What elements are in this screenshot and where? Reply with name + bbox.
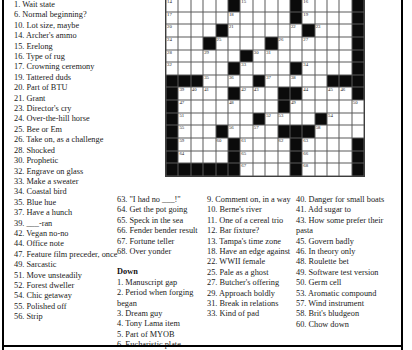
black-cell [290, 138, 302, 151]
clue-item: 44. Office note [14, 239, 126, 249]
grid-cell[interactable]: 68 [302, 163, 314, 176]
grid-cell[interactable]: 32 [166, 62, 178, 75]
grid-cell[interactable]: 17 [166, 12, 178, 25]
grid-cell[interactable] [203, 113, 215, 126]
grid-cell[interactable] [191, 0, 203, 12]
black-cell [166, 125, 178, 138]
grid-cell[interactable] [216, 113, 228, 126]
grid-cell[interactable] [315, 87, 327, 100]
clue-item: 53. Aromatic compound [296, 289, 398, 299]
grid-cell[interactable] [216, 100, 228, 113]
clue-item: 17. Crowning ceremony [14, 62, 126, 72]
black-cell [228, 138, 240, 151]
grid-cell[interactable] [191, 125, 203, 138]
grid-cell[interactable] [253, 24, 265, 37]
grid-cell[interactable] [302, 75, 314, 88]
clue-item: 27. Butcher's offering [207, 278, 293, 288]
across-clues-column-1: 1. Wait state6. Normal beginning?10. Lot… [14, 0, 126, 323]
grid-cell[interactable] [327, 37, 339, 50]
cell-number: 22 [291, 24, 296, 29]
clue-item: 3. Dream guy [117, 309, 205, 319]
black-cell [352, 0, 364, 12]
clue-item: 55. Polished off [14, 302, 126, 312]
grid-cell[interactable] [327, 138, 339, 151]
clue-item: 10. Berne's river [207, 205, 293, 215]
grid-cell[interactable] [265, 125, 277, 138]
grid-cell[interactable]: 54 [327, 113, 339, 126]
grid-cell[interactable] [240, 37, 252, 50]
grid-cell[interactable] [191, 151, 203, 164]
cell-number: 27 [303, 37, 308, 42]
grid-cell[interactable] [278, 75, 290, 88]
black-cell [339, 75, 351, 88]
grid-cell[interactable] [216, 0, 228, 12]
clue-item: 57. Wind instrument [296, 299, 398, 309]
grid-cell[interactable] [339, 24, 351, 37]
grid-cell[interactable] [191, 62, 203, 75]
grid-cell[interactable] [203, 0, 215, 12]
grid-cell[interactable]: 33 [240, 62, 252, 75]
black-cell [352, 62, 364, 75]
grid-cell[interactable]: 61 [240, 138, 252, 151]
grid-cell[interactable] [302, 113, 314, 126]
black-cell [352, 87, 364, 100]
grid-cell[interactable] [339, 100, 351, 113]
black-cell [228, 151, 240, 164]
cell-number: 24 [167, 37, 172, 42]
grid-cell[interactable]: 36 [228, 75, 240, 88]
grid-cell[interactable] [339, 113, 351, 126]
grid-cell[interactable] [278, 0, 290, 12]
grid-cell[interactable]: 19 [302, 12, 314, 25]
grid-cell[interactable]: 58 [315, 125, 327, 138]
clue-item: 4. Tony Lama item [117, 319, 205, 329]
grid-cell[interactable] [216, 12, 228, 25]
crossword-grid[interactable]: 1415161718192021222324252627282930313233… [165, 0, 365, 177]
grid-cell[interactable] [278, 62, 290, 75]
grid-cell[interactable] [290, 37, 302, 50]
grid-cell[interactable] [203, 100, 215, 113]
cell-number: 31 [266, 50, 271, 55]
grid-cell[interactable] [339, 163, 351, 176]
grid-cell[interactable]: 31 [265, 50, 277, 63]
grid-cell[interactable] [178, 12, 190, 25]
grid-cell[interactable] [253, 12, 265, 25]
black-cell [352, 24, 364, 37]
black-cell [203, 163, 215, 176]
cell-number: 28 [167, 50, 172, 55]
cell-number: 51 [179, 113, 184, 118]
grid-cell[interactable] [278, 50, 290, 63]
cell-number: 46 [340, 87, 345, 92]
cell-number: 30 [254, 50, 259, 55]
grid-cell[interactable]: 41 [203, 87, 215, 100]
grid-cell[interactable] [339, 151, 351, 164]
grid-cell[interactable]: 40 [191, 87, 203, 100]
grid-cell[interactable]: 34 [302, 62, 314, 75]
black-cell [265, 37, 277, 50]
grid-cell[interactable] [191, 37, 203, 50]
grid-cell[interactable] [203, 62, 215, 75]
black-cell [315, 113, 327, 126]
grid-cell[interactable] [216, 50, 228, 63]
clue-item: 63. "I had no ___!" [117, 195, 205, 205]
clue-item: 25. Pale as a ghost [207, 268, 293, 278]
black-cell [290, 62, 302, 75]
grid-cell[interactable] [278, 24, 290, 37]
grid-cell[interactable] [178, 37, 190, 50]
cell-number: 61 [241, 138, 246, 143]
grid-cell[interactable]: 21 [228, 24, 240, 37]
grid-cell[interactable] [265, 151, 277, 164]
grid-cell[interactable]: 16 [302, 0, 314, 12]
cell-number: 66 [303, 151, 308, 156]
clue-item: 28. Shocked [14, 146, 126, 156]
black-cell [352, 151, 364, 164]
grid-cell[interactable]: 56 [228, 125, 240, 138]
grid-cell[interactable]: 44 [302, 87, 314, 100]
grid-cell[interactable] [253, 100, 265, 113]
grid-cell[interactable] [203, 151, 215, 164]
black-cell [166, 138, 178, 151]
grid-cell[interactable]: 26 [278, 37, 290, 50]
grid-cell[interactable] [265, 0, 277, 12]
black-cell [228, 163, 240, 176]
clue-item: 10. Lot size, maybe [14, 21, 126, 31]
grid-cell[interactable] [216, 75, 228, 88]
grid-cell[interactable]: 63 [302, 138, 314, 151]
grid-cell[interactable]: 28 [166, 50, 178, 63]
grid-cell[interactable] [315, 75, 327, 88]
black-cell [278, 87, 290, 100]
cell-number: 53 [279, 113, 284, 118]
grid-cell[interactable]: 29 [203, 50, 215, 63]
clue-item: 56. Strip [14, 312, 126, 322]
grid-cell[interactable]: 64 [178, 151, 190, 164]
black-cell [216, 24, 228, 37]
clue-item: 65. Speck in the sea [117, 216, 205, 226]
grid-cell[interactable]: 65 [240, 151, 252, 164]
grid-cell[interactable] [240, 75, 252, 88]
grid-cell[interactable] [265, 100, 277, 113]
grid-cell[interactable] [290, 113, 302, 126]
grid-cell[interactable] [327, 24, 339, 37]
clue-item: 42. Vegan no-no [14, 229, 126, 239]
grid-cell[interactable] [302, 100, 314, 113]
clue-item: 2. Period when forging began [117, 288, 205, 309]
cell-number: 36 [229, 75, 234, 80]
clue-item: 49. Sarcastic [14, 260, 126, 270]
clue-item: 30. Prophetic [14, 156, 126, 166]
across-clues-63-68: 63. "I had no ___!"64. Get the pot going… [117, 195, 205, 257]
clue-item: 46. In theory only [296, 247, 398, 257]
clue-item: 64. Get the pot going [117, 205, 205, 215]
cell-number: 55 [179, 125, 184, 130]
grid-cell[interactable] [253, 37, 265, 50]
black-cell [166, 75, 178, 88]
grid-cell[interactable] [290, 50, 302, 63]
black-cell [216, 125, 228, 138]
grid-cell[interactable] [253, 163, 265, 176]
grid-cell[interactable] [178, 0, 190, 12]
grid-cell[interactable] [315, 37, 327, 50]
grid-cell[interactable] [278, 12, 290, 25]
grid-cell[interactable]: 57 [253, 125, 265, 138]
grid-cell[interactable] [191, 113, 203, 126]
down-section-header: Down [117, 267, 205, 277]
clue-item: 50. Germ cell [296, 278, 398, 288]
grid-cell[interactable]: 67 [240, 163, 252, 176]
grid-cell[interactable]: 23 [315, 24, 327, 37]
grid-cell[interactable] [253, 151, 265, 164]
clue-item: 6. Normal beginning? [14, 10, 126, 20]
black-cell [253, 113, 265, 126]
grid-cell[interactable]: 53 [278, 113, 290, 126]
grid-cell[interactable] [178, 24, 190, 37]
grid-cell[interactable] [265, 12, 277, 25]
clue-item: 60. Chow down [296, 320, 398, 330]
grid-cell[interactable]: 25 [216, 37, 228, 50]
clue-item: 41. Add sugar to [296, 205, 398, 215]
black-cell [290, 125, 302, 138]
cell-number: 59 [179, 138, 184, 143]
grid-cell[interactable] [203, 12, 215, 25]
grid-cell[interactable] [191, 24, 203, 37]
grid-cell[interactable] [265, 87, 277, 100]
grid-cell[interactable]: 18 [228, 12, 240, 25]
black-cell [290, 163, 302, 176]
grid-cell[interactable] [240, 24, 252, 37]
clue-item: 32. Engrave on glass [14, 167, 126, 177]
cell-number: 35 [204, 75, 209, 80]
cell-number: 45 [328, 87, 333, 92]
grid-cell[interactable] [253, 62, 265, 75]
grid-cell[interactable] [339, 125, 351, 138]
clue-item: 39. ___-ran [14, 219, 126, 229]
clue-item: 14. Archer's ammo [14, 31, 126, 41]
grid-cell[interactable] [265, 138, 277, 151]
grid-cell[interactable]: 48 [228, 100, 240, 113]
clue-item: 18. Have an edge against [207, 247, 293, 257]
clue-item: 58. Brit's bludgeon [296, 309, 398, 319]
grid-cell[interactable] [265, 24, 277, 37]
cell-number: 19 [303, 12, 308, 17]
black-cell [240, 50, 252, 63]
grid-cell[interactable] [327, 50, 339, 63]
grid-cell[interactable]: 49 [290, 100, 302, 113]
grid-cell[interactable] [339, 0, 351, 12]
black-cell [166, 100, 178, 113]
grid-cell[interactable]: 46 [339, 87, 351, 100]
clue-item: 49. Software test version [296, 268, 398, 278]
cell-number: 16 [303, 0, 308, 4]
clue-item: 33. Kind of pad [207, 309, 293, 319]
grid-cell[interactable]: 39 [178, 87, 190, 100]
grid-cell[interactable] [352, 113, 364, 126]
grid-cell[interactable] [216, 62, 228, 75]
grid-cell[interactable] [302, 50, 314, 63]
clue-item: 13. Tampa's time zone [207, 237, 293, 247]
black-cell [327, 75, 339, 88]
clue-item: 26. Take on, as a challenge [14, 135, 126, 145]
grid-cell[interactable]: 24 [166, 37, 178, 50]
grid-cell[interactable] [278, 163, 290, 176]
grid-cell[interactable] [278, 151, 290, 164]
grid-cell[interactable] [339, 50, 351, 63]
grid-cell[interactable] [191, 138, 203, 151]
cell-number: 40 [192, 87, 197, 92]
grid-cell[interactable]: 22 [290, 24, 302, 37]
clue-item: 11. One of a cereal trio [207, 216, 293, 226]
grid-cell[interactable]: 50 [352, 100, 364, 113]
grid-cell[interactable]: 45 [327, 87, 339, 100]
grid-cell[interactable] [240, 100, 252, 113]
clue-item: 19. Tattered duds [14, 73, 126, 83]
grid-cell[interactable] [339, 37, 351, 50]
grid-cell[interactable]: 15 [240, 0, 252, 12]
grid-cell[interactable] [327, 0, 339, 12]
cell-number: 54 [328, 113, 333, 118]
clue-item: 1. Wait state [14, 0, 126, 10]
grid-cell[interactable] [352, 125, 364, 138]
grid-cell[interactable] [253, 138, 265, 151]
grid-cell[interactable]: 62 [278, 138, 290, 151]
grid-cell[interactable] [203, 24, 215, 37]
grid-cell[interactable]: 51 [178, 113, 190, 126]
grid-cell[interactable]: 43 [253, 87, 265, 100]
grid-cell[interactable] [315, 100, 327, 113]
cell-number: 39 [179, 87, 184, 92]
grid-cell[interactable] [315, 138, 327, 151]
clue-item: 45. Govern badly [296, 237, 398, 247]
cell-number: 34 [303, 62, 308, 67]
cell-number: 37 [266, 75, 271, 80]
cell-number: 67 [241, 163, 246, 168]
black-cell [166, 151, 178, 164]
grid-cell[interactable] [315, 0, 327, 12]
grid-cell[interactable] [265, 163, 277, 176]
grid-cell[interactable] [339, 138, 351, 151]
black-cell [290, 151, 302, 164]
grid-cell[interactable]: 37 [265, 75, 277, 88]
cell-number: 14 [167, 0, 172, 4]
grid-cell[interactable] [339, 62, 351, 75]
grid-cell[interactable]: 52 [265, 113, 277, 126]
cell-number: 32 [167, 62, 172, 67]
grid-cell[interactable] [265, 62, 277, 75]
clue-item: 51. Move unsteadily [14, 271, 126, 281]
grid-cell[interactable] [315, 62, 327, 75]
clue-item: 37. Have a hunch [14, 208, 126, 218]
clue-item: 15. Erelong [14, 42, 126, 52]
grid-cell[interactable] [339, 12, 351, 25]
black-cell [278, 100, 290, 113]
grid-cell[interactable] [327, 62, 339, 75]
grid-cell[interactable]: 66 [302, 151, 314, 164]
right-border-bar [401, 0, 403, 350]
clue-item: 35. Blue hue [14, 198, 126, 208]
cell-number: 62 [279, 138, 284, 143]
clue-item: 31. Break in relations [207, 299, 293, 309]
grid-cell[interactable] [216, 151, 228, 164]
cell-number: 47 [179, 100, 184, 105]
grid-cell[interactable] [315, 151, 327, 164]
grid-cell[interactable] [228, 113, 240, 126]
cell-number: 63 [303, 138, 308, 143]
grid-cell[interactable] [327, 163, 339, 176]
clue-item: 54. Chic getaway [14, 291, 126, 301]
black-cell [352, 50, 364, 63]
cell-number: 21 [229, 24, 234, 29]
grid-cell[interactable] [178, 50, 190, 63]
clue-item: 21. Grant [14, 94, 126, 104]
grid-cell[interactable] [240, 12, 252, 25]
grid-cell[interactable]: 30 [253, 50, 265, 63]
grid-cell[interactable] [327, 100, 339, 113]
grid-cell[interactable] [327, 12, 339, 25]
grid-cell[interactable]: 47 [178, 100, 190, 113]
grid-cell[interactable] [191, 100, 203, 113]
clue-item: 66. Fender bender result [117, 226, 205, 236]
clue-item: 34. Coastal bird [14, 187, 126, 197]
grid-cell[interactable] [191, 12, 203, 25]
grid-cell[interactable]: 55 [178, 125, 190, 138]
clue-item: 5. Part of MYOB [117, 330, 205, 340]
grid-cell[interactable] [203, 138, 215, 151]
left-border-bar [2, 0, 4, 350]
black-cell [302, 125, 314, 138]
clue-item: 9. Comment on, in a way [207, 195, 293, 205]
grid-cell[interactable]: 27 [302, 37, 314, 50]
grid-cell[interactable]: 20 [166, 24, 178, 37]
grid-cell[interactable]: 35 [203, 75, 215, 88]
grid-cell[interactable]: 60 [216, 138, 228, 151]
black-cell [191, 75, 203, 88]
cell-number: 38 [291, 75, 296, 80]
grid-cell[interactable] [327, 125, 339, 138]
down-clues-1-6: 1. Manuscript gap2. Period when forging … [117, 278, 205, 350]
grid-cell[interactable]: 14 [166, 0, 178, 12]
cell-number: 58 [316, 125, 321, 130]
black-cell [352, 37, 364, 50]
cell-number: 18 [229, 12, 234, 17]
grid-cell[interactable] [327, 151, 339, 164]
grid-cell[interactable] [216, 87, 228, 100]
clue-item: 25. Bee or Em [14, 125, 126, 135]
black-cell [352, 12, 364, 25]
clue-item: 68. Over yonder [117, 247, 205, 257]
grid-cell[interactable] [191, 50, 203, 63]
grid-cell[interactable]: 38 [290, 75, 302, 88]
grid-cell[interactable]: 42 [240, 87, 252, 100]
grid-cell[interactable]: 59 [178, 138, 190, 151]
grid-cell[interactable] [240, 125, 252, 138]
grid-cell[interactable] [228, 37, 240, 50]
grid-cell[interactable] [315, 163, 327, 176]
black-cell [166, 113, 178, 126]
bottom-border-bar [2, 345, 403, 347]
grid-cell[interactable] [228, 50, 240, 63]
cell-number: 50 [353, 100, 358, 105]
grid-cell[interactable] [178, 62, 190, 75]
black-cell [178, 75, 190, 88]
grid-cell[interactable] [315, 12, 327, 25]
grid-cell[interactable] [240, 113, 252, 126]
clue-item: 1. Manuscript gap [117, 278, 205, 288]
grid-cell[interactable] [315, 50, 327, 63]
grid-cell[interactable] [203, 125, 215, 138]
grid-cell[interactable] [253, 0, 265, 12]
